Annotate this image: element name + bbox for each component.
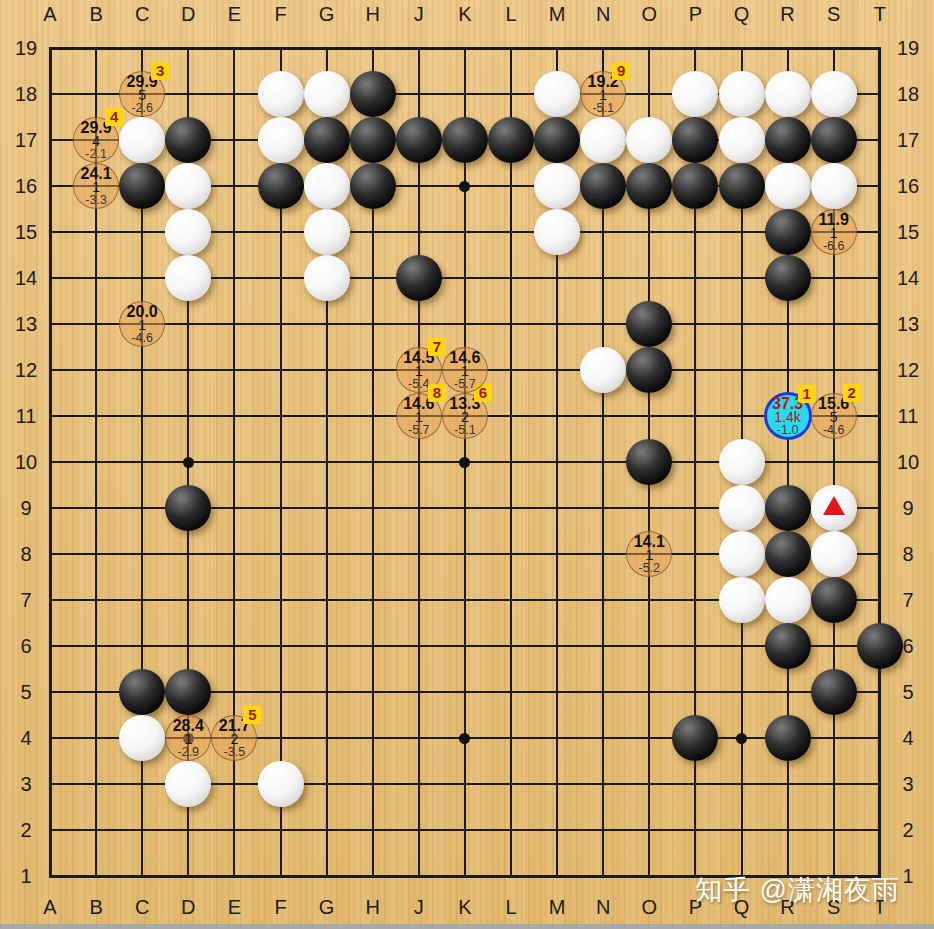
coord-label-row-left: 12	[11, 359, 41, 381]
grid-line-horizontal	[49, 645, 882, 647]
coord-label-column-bottom: L	[496, 896, 526, 918]
stone-white-D16[interactable]	[165, 163, 211, 209]
candidate-move-C18[interactable]: 29.95-2.63	[119, 71, 165, 117]
stone-black-O12[interactable]	[626, 347, 672, 393]
coord-label-column-top: L	[496, 3, 526, 25]
candidate-B16-value-3: -3.3	[85, 194, 107, 206]
candidate-rank-badge-B17: 4	[105, 108, 123, 126]
coord-label-row-left: 8	[11, 543, 41, 565]
stone-white-G14[interactable]	[304, 255, 350, 301]
stone-black-P17[interactable]	[672, 117, 718, 163]
stone-black-O13[interactable]	[626, 301, 672, 347]
coord-label-row-right: 9	[893, 497, 923, 519]
stone-white-S16[interactable]	[811, 163, 857, 209]
stone-black-F16[interactable]	[258, 163, 304, 209]
grid-line-vertical	[510, 47, 512, 878]
coord-label-row-left: 14	[11, 267, 41, 289]
stone-black-D9[interactable]	[165, 485, 211, 531]
coord-label-row-left: 10	[11, 451, 41, 473]
coord-label-row-right: 2	[893, 819, 923, 841]
star-point	[459, 733, 470, 744]
candidate-R11-value-3: -1.0	[777, 424, 799, 436]
coord-label-row-left: 11	[11, 405, 41, 427]
candidate-rank-badge-E4: 5	[243, 706, 261, 724]
stone-black-D17[interactable]	[165, 117, 211, 163]
coord-label-column-top: M	[542, 3, 572, 25]
stone-white-N17[interactable]	[580, 117, 626, 163]
coord-label-column-bottom: H	[358, 896, 388, 918]
coord-label-column-top: K	[450, 3, 480, 25]
stone-black-O10[interactable]	[626, 439, 672, 485]
stone-white-S18[interactable]	[811, 71, 857, 117]
coord-label-column-bottom: K	[450, 896, 480, 918]
coord-label-column-top: H	[358, 3, 388, 25]
candidate-O8-value-3: -5.2	[639, 562, 661, 574]
coord-label-row-left: 7	[11, 589, 41, 611]
star-point	[183, 457, 194, 468]
candidate-move-R11[interactable]: 37.31.4k-1.01	[764, 392, 812, 440]
candidate-rank-badge-C18: 3	[151, 62, 169, 80]
coord-label-row-right: 15	[893, 221, 923, 243]
candidate-rank-badge-J12: 7	[428, 338, 446, 356]
stone-white-Q9[interactable]	[719, 485, 765, 531]
coord-label-column-top: R	[773, 3, 803, 25]
coord-label-row-right: 19	[893, 37, 923, 59]
stone-black-S7[interactable]	[811, 577, 857, 623]
candidate-rank-badge-S11: 2	[843, 384, 861, 402]
stone-white-S8[interactable]	[811, 531, 857, 577]
candidate-move-K12[interactable]: 14.61-5.7	[442, 347, 488, 393]
coord-label-column-bottom: F	[266, 896, 296, 918]
candidate-move-B16[interactable]: 24.11-3.3	[73, 163, 119, 209]
candidate-N18-value-3: -5.1	[592, 102, 614, 114]
stone-black-D5[interactable]	[165, 669, 211, 715]
coord-label-row-left: 15	[11, 221, 41, 243]
bottom-strip	[0, 924, 934, 929]
candidate-J12-value-3: -5.4	[408, 378, 430, 390]
watermark: 知乎 @潇湘夜雨	[695, 872, 900, 908]
coord-label-row-right: 13	[893, 313, 923, 335]
candidate-move-D4[interactable]: 28.41-2.9	[165, 715, 211, 761]
stone-black-J17[interactable]	[396, 117, 442, 163]
candidate-move-E4[interactable]: 21.72-3.55	[211, 715, 257, 761]
coord-label-column-bottom: B	[81, 896, 111, 918]
candidate-move-J11[interactable]: 14.61-5.78	[396, 393, 442, 439]
stone-black-R9[interactable]	[765, 485, 811, 531]
coord-label-column-bottom: C	[127, 896, 157, 918]
stone-black-R15[interactable]	[765, 209, 811, 255]
coord-label-column-bottom: A	[35, 896, 65, 918]
coord-label-column-top: O	[634, 3, 664, 25]
coord-label-row-right: 16	[893, 175, 923, 197]
candidate-S15-value-3: -6.6	[823, 240, 845, 252]
coord-label-row-left: 13	[11, 313, 41, 335]
stone-white-R18[interactable]	[765, 71, 811, 117]
coord-label-column-top: P	[680, 3, 710, 25]
stone-black-H17[interactable]	[350, 117, 396, 163]
coord-label-row-left: 2	[11, 819, 41, 841]
coord-label-column-bottom: E	[219, 896, 249, 918]
stone-white-G16[interactable]	[304, 163, 350, 209]
stone-black-C16[interactable]	[119, 163, 165, 209]
coord-label-row-right: 17	[893, 129, 923, 151]
coord-label-row-right: 3	[893, 773, 923, 795]
stone-white-D15[interactable]	[165, 209, 211, 255]
stone-black-J14[interactable]	[396, 255, 442, 301]
candidate-rank-badge-N18: 9	[612, 62, 630, 80]
stone-white-Q8[interactable]	[719, 531, 765, 577]
stone-white-F17[interactable]	[258, 117, 304, 163]
coord-label-row-right: 11	[893, 405, 923, 427]
coord-label-column-top: N	[588, 3, 618, 25]
stone-white-D14[interactable]	[165, 255, 211, 301]
coord-label-column-bottom: M	[542, 896, 572, 918]
coord-label-column-top: A	[35, 3, 65, 25]
stone-black-P4[interactable]	[672, 715, 718, 761]
candidate-C13-value-3: -4.6	[131, 332, 153, 344]
stone-black-H18[interactable]	[350, 71, 396, 117]
candidate-move-S15[interactable]: 11.91-6.6	[811, 209, 857, 255]
stone-black-R8[interactable]	[765, 531, 811, 577]
stone-white-Q17[interactable]	[719, 117, 765, 163]
candidate-S11-value-3: -4.6	[823, 424, 845, 436]
stone-white-G15[interactable]	[304, 209, 350, 255]
candidate-E4-value-3: -3.5	[224, 746, 246, 758]
grid-line-vertical	[878, 47, 881, 878]
stone-black-R14[interactable]	[765, 255, 811, 301]
coord-label-row-right: 14	[893, 267, 923, 289]
stone-white-C4[interactable]	[119, 715, 165, 761]
candidate-C18-value-3: -2.6	[131, 102, 153, 114]
coord-label-row-left: 1	[11, 865, 41, 887]
stone-black-T6[interactable]	[857, 623, 903, 669]
stone-black-M17[interactable]	[534, 117, 580, 163]
coord-label-column-top: S	[819, 3, 849, 25]
candidate-K11-value-3: -5.1	[454, 424, 476, 436]
coord-label-column-top: E	[219, 3, 249, 25]
stone-white-D3[interactable]	[165, 761, 211, 807]
stone-white-F3[interactable]	[258, 761, 304, 807]
stone-black-O16[interactable]	[626, 163, 672, 209]
coord-label-column-bottom: N	[588, 896, 618, 918]
stone-white-R16[interactable]	[765, 163, 811, 209]
stone-black-R4[interactable]	[765, 715, 811, 761]
candidate-move-B17[interactable]: 29.94-2.14	[73, 117, 119, 163]
coord-label-column-top: J	[404, 3, 434, 25]
coord-label-column-top: G	[312, 3, 342, 25]
stone-white-M15[interactable]	[534, 209, 580, 255]
coord-label-column-bottom: D	[173, 896, 203, 918]
candidate-move-N18[interactable]: 19.21-5.19	[580, 71, 626, 117]
coord-label-row-left: 4	[11, 727, 41, 749]
coord-label-column-bottom: G	[312, 896, 342, 918]
stone-white-F18[interactable]	[258, 71, 304, 117]
stone-black-S5[interactable]	[811, 669, 857, 715]
coord-label-row-left: 3	[11, 773, 41, 795]
candidate-D4-value-3: -2.9	[178, 746, 200, 758]
coord-label-row-right: 4	[893, 727, 923, 749]
stone-white-P18[interactable]	[672, 71, 718, 117]
stone-black-Q16[interactable]	[719, 163, 765, 209]
coord-label-column-bottom: O	[634, 896, 664, 918]
coord-label-row-left: 5	[11, 681, 41, 703]
star-point	[459, 457, 470, 468]
stone-black-R6[interactable]	[765, 623, 811, 669]
stone-white-Q10[interactable]	[719, 439, 765, 485]
stone-white-C17[interactable]	[119, 117, 165, 163]
candidate-rank-badge-R11: 1	[798, 385, 816, 403]
coord-label-row-right: 7	[893, 589, 923, 611]
coord-label-column-bottom: J	[404, 896, 434, 918]
stone-black-G17[interactable]	[304, 117, 350, 163]
coord-label-row-right: 12	[893, 359, 923, 381]
stone-white-Q7[interactable]	[719, 577, 765, 623]
stone-white-R7[interactable]	[765, 577, 811, 623]
candidate-move-S11[interactable]: 15.65-4.62	[811, 393, 857, 439]
candidate-J11-value-3: -5.7	[408, 424, 430, 436]
coord-label-column-top: C	[127, 3, 157, 25]
candidate-B17-value-3: -2.1	[85, 148, 107, 160]
stone-black-R17[interactable]	[765, 117, 811, 163]
stone-white-N12[interactable]	[580, 347, 626, 393]
stone-white-G18[interactable]	[304, 71, 350, 117]
last-move-triangle-icon	[823, 496, 845, 515]
coord-label-column-top: B	[81, 3, 111, 25]
stone-black-K17[interactable]	[442, 117, 488, 163]
stone-black-H16[interactable]	[350, 163, 396, 209]
coord-label-column-top: Q	[727, 3, 757, 25]
grid-line-horizontal	[49, 829, 882, 831]
stone-black-C5[interactable]	[119, 669, 165, 715]
coord-label-column-top: D	[173, 3, 203, 25]
star-point	[736, 733, 747, 744]
candidate-move-C13[interactable]: 20.01-4.6	[119, 301, 165, 347]
candidate-rank-badge-J11: 8	[428, 384, 446, 402]
coord-label-row-left: 17	[11, 129, 41, 151]
coord-label-row-left: 16	[11, 175, 41, 197]
stone-black-S17[interactable]	[811, 117, 857, 163]
stone-black-N16[interactable]	[580, 163, 626, 209]
stone-black-P16[interactable]	[672, 163, 718, 209]
stone-white-M16[interactable]	[534, 163, 580, 209]
coord-label-row-right: 10	[893, 451, 923, 473]
candidate-move-K11[interactable]: 13.32-5.16	[442, 393, 488, 439]
coord-label-row-left: 9	[11, 497, 41, 519]
coord-label-row-left: 6	[11, 635, 41, 657]
candidate-K12-value-3: -5.7	[454, 378, 476, 390]
stone-white-O17[interactable]	[626, 117, 672, 163]
stone-white-Q18[interactable]	[719, 71, 765, 117]
coord-label-row-left: 19	[11, 37, 41, 59]
coord-label-row-left: 18	[11, 83, 41, 105]
coord-label-row-right: 8	[893, 543, 923, 565]
candidate-move-O8[interactable]: 14.11-5.2	[626, 531, 672, 577]
coord-label-column-top: F	[266, 3, 296, 25]
coord-label-row-right: 18	[893, 83, 923, 105]
stone-black-L17[interactable]	[488, 117, 534, 163]
stone-white-M18[interactable]	[534, 71, 580, 117]
coord-label-column-top: T	[865, 3, 895, 25]
goban: AABBCCDDEEFFGGHHJJKKLLMMNNOOPPQQRRSSTT19…	[0, 0, 934, 929]
coord-label-row-right: 5	[893, 681, 923, 703]
star-point	[459, 181, 470, 192]
